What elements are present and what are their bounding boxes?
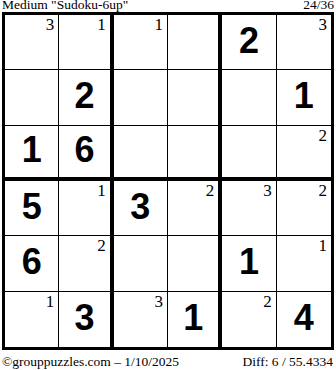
cell-r4c2[interactable]: 1 — [59, 181, 113, 236]
cell-r6c3[interactable]: 3 — [114, 292, 168, 347]
cell-r3c4[interactable] — [168, 126, 222, 181]
cell-value: 3 — [130, 189, 150, 225]
cell-corner-mark: 1 — [97, 16, 106, 33]
cell-r2c5[interactable] — [222, 70, 276, 125]
puzzle-page: Medium "Sudoku-6up" 24/36 31123211625132… — [0, 0, 336, 370]
cell-value: 1 — [183, 300, 203, 336]
cell-value: 3 — [74, 300, 94, 336]
puzzle-title: Medium "Sudoku-6up" — [2, 0, 128, 12]
footer: ©grouppuzzles.com – 1/10/2025 Diff: 6 / … — [2, 355, 333, 369]
board: 31123211625132326211133124 — [2, 12, 334, 350]
cell-corner-mark: 3 — [46, 16, 55, 33]
cell-value: 2 — [239, 23, 259, 59]
cell-corner-mark: 1 — [46, 293, 55, 310]
cell-value: 5 — [22, 189, 42, 225]
cell-corner-mark: 2 — [97, 237, 106, 254]
cell-r5c6[interactable]: 1 — [277, 236, 331, 291]
cell-r1c2[interactable]: 1 — [59, 15, 113, 70]
cell-r1c5[interactable]: 2 — [222, 15, 276, 70]
cell-r1c3[interactable]: 1 — [114, 15, 168, 70]
cell-corner-mark: 1 — [318, 237, 327, 254]
cell-r6c2[interactable]: 3 — [59, 292, 113, 347]
cell-value: 1 — [22, 132, 42, 168]
cell-r5c2[interactable]: 2 — [59, 236, 113, 291]
cell-corner-mark: 1 — [154, 16, 163, 33]
cell-r6c5[interactable]: 2 — [222, 292, 276, 347]
cell-r1c4[interactable] — [168, 15, 222, 70]
cell-r3c3[interactable] — [114, 126, 168, 181]
cell-value: 6 — [22, 244, 42, 280]
cell-r2c3[interactable] — [114, 70, 168, 125]
cell-corner-mark: 2 — [318, 127, 327, 144]
cell-value: 1 — [239, 244, 259, 280]
cell-value: 4 — [294, 300, 314, 336]
cell-corner-mark: 3 — [154, 293, 163, 310]
cell-value: 1 — [294, 78, 314, 114]
cell-corner-mark: 2 — [318, 182, 327, 199]
cell-value: 6 — [74, 132, 94, 168]
cell-corner-mark: 2 — [263, 293, 272, 310]
cell-r3c1[interactable]: 1 — [5, 126, 59, 181]
cell-r6c6[interactable]: 4 — [277, 292, 331, 347]
cell-r4c6[interactable]: 2 — [277, 181, 331, 236]
cell-corner-mark: 2 — [206, 182, 215, 199]
cell-value: 2 — [74, 78, 94, 114]
header: Medium "Sudoku-6up" 24/36 — [2, 0, 334, 12]
cell-r2c6[interactable]: 1 — [277, 70, 331, 125]
cell-corner-mark: 3 — [263, 182, 272, 199]
progress-counter: 24/36 — [303, 0, 334, 12]
cell-r4c3[interactable]: 3 — [114, 181, 168, 236]
cell-r1c1[interactable]: 3 — [5, 15, 59, 70]
cell-r2c1[interactable] — [5, 70, 59, 125]
cell-r5c1[interactable]: 6 — [5, 236, 59, 291]
copyright-text: ©grouppuzzles.com – 1/10/2025 — [2, 355, 179, 369]
cell-r2c2[interactable]: 2 — [59, 70, 113, 125]
cell-r5c4[interactable] — [168, 236, 222, 291]
difficulty-text: Diff: 6 / 55.4334 — [243, 355, 334, 369]
cell-r2c4[interactable] — [168, 70, 222, 125]
cell-r5c3[interactable] — [114, 236, 168, 291]
cell-r4c4[interactable]: 2 — [168, 181, 222, 236]
cell-r4c1[interactable]: 5 — [5, 181, 59, 236]
cell-r5c5[interactable]: 1 — [222, 236, 276, 291]
cell-r1c6[interactable]: 3 — [277, 15, 331, 70]
cell-r3c6[interactable]: 2 — [277, 126, 331, 181]
cell-r4c5[interactable]: 3 — [222, 181, 276, 236]
cell-r3c5[interactable] — [222, 126, 276, 181]
cell-r6c4[interactable]: 1 — [168, 292, 222, 347]
cell-r6c1[interactable]: 1 — [5, 292, 59, 347]
cell-corner-mark: 3 — [318, 16, 327, 33]
cell-r3c2[interactable]: 6 — [59, 126, 113, 181]
cell-corner-mark: 1 — [97, 182, 106, 199]
